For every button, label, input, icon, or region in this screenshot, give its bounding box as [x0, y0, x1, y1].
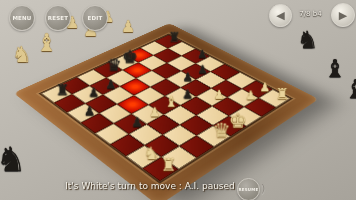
white-pawn-f3[interactable]: ♟ [208, 75, 230, 101]
captured-black-bishop: ♝ [324, 56, 346, 81]
previous-move-button[interactable]: ◀ [269, 4, 292, 27]
white-pawn-g2[interactable]: ♟ [240, 75, 262, 101]
chess-app-screen: ♜♛♚♜♟♟♟♟♟♟♟♟♝♟♟♞♟♟♜♛♚♜ ♞♝♟♟♟♟♞♝♝♞ MENU R… [0, 0, 356, 200]
captured-black-bishop: ♝ [344, 76, 356, 102]
white-rook-a1[interactable]: ♜ [156, 144, 182, 175]
black-pawn-b4[interactable]: ♟ [125, 101, 149, 129]
black-rook-a8[interactable]: ♜ [51, 72, 73, 98]
white-queen-d1[interactable]: ♛ [209, 112, 233, 141]
next-move-button[interactable]: ▶ [331, 3, 355, 27]
move-indicator: 7/8 b4 [290, 10, 331, 18]
reset-button[interactable]: RESET [45, 5, 71, 31]
board-frame: ♜♛♚♜♟♟♟♟♟♟♟♟♝♟♟♞♟♟♜♛♚♜ [13, 23, 318, 200]
right-arrow-icon: ▶ [339, 9, 347, 22]
black-pawn-a6[interactable]: ♟ [78, 90, 101, 117]
captured-white-bishop: ♝ [36, 31, 58, 55]
board-scene: ♜♛♚♜♟♟♟♟♟♟♟♟♝♟♟♞♟♟♜♛♚♜ [13, 23, 318, 200]
menu-button[interactable]: MENU [9, 5, 35, 31]
resume-button[interactable]: RESUME [237, 178, 260, 200]
captured-white-knight: ♞ [12, 44, 32, 66]
black-rook-h8[interactable]: ♜ [165, 22, 184, 45]
captured-white-pawn: ♟ [121, 19, 135, 35]
white-rook-h1[interactable]: ♜ [271, 76, 293, 102]
captured-black-knight: ♞ [0, 142, 26, 176]
chess-board[interactable]: ♜♛♚♜♟♟♟♟♟♟♟♟♝♟♟♞♟♟♜♛♚♜ [41, 35, 290, 182]
sound-wave-icon: ) [261, 182, 265, 195]
captured-black-knight: ♞ [297, 28, 319, 52]
edit-button[interactable]: EDIT [82, 5, 108, 31]
left-arrow-icon: ◀ [276, 9, 284, 22]
